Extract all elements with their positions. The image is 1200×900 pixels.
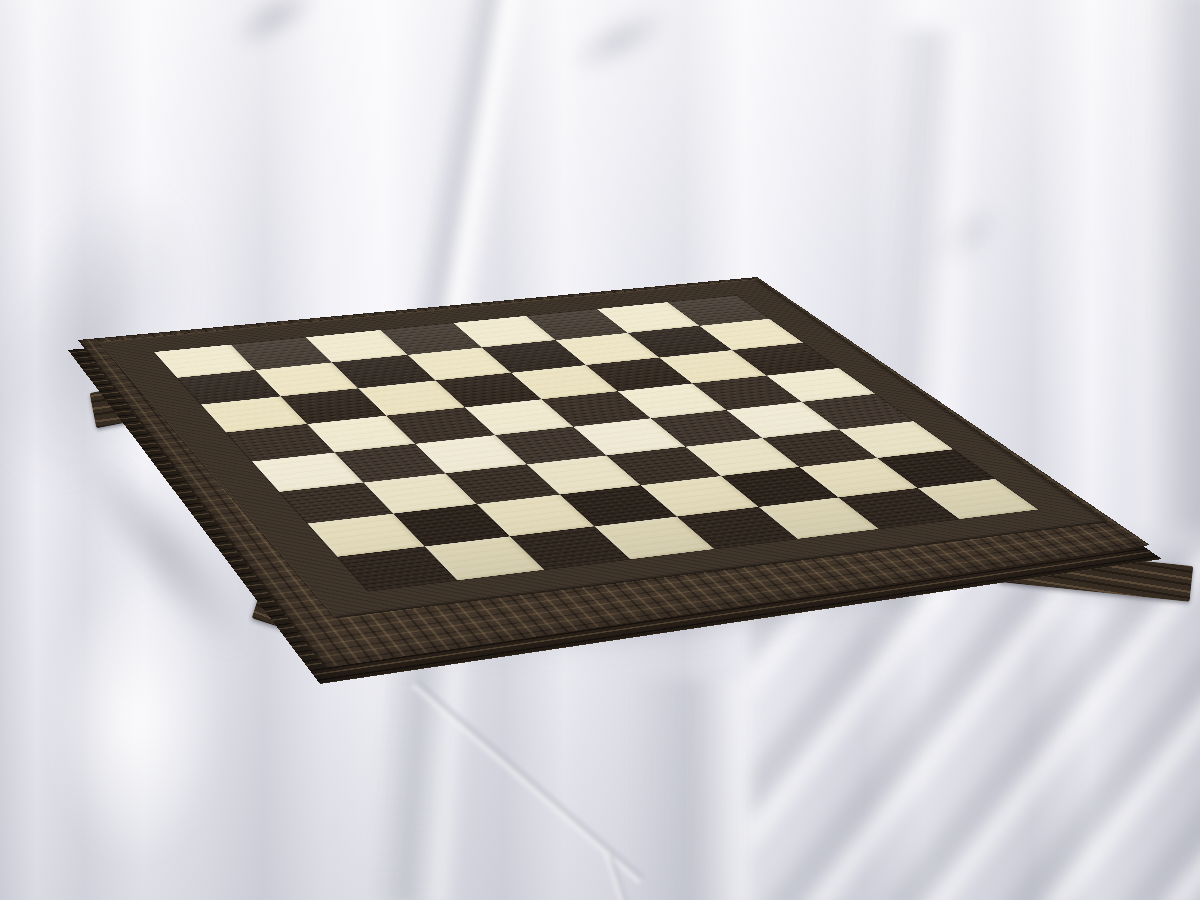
photo-scene [0, 0, 1200, 900]
